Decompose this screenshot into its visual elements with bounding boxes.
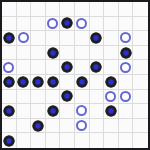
white-pearl-icon	[3, 62, 14, 73]
cell-r6c5[interactable]	[75, 90, 90, 105]
cell-r5c6[interactable]	[90, 75, 105, 90]
cell-r9c7[interactable]	[104, 133, 119, 148]
black-pearl-icon	[3, 32, 15, 44]
cell-r4c1[interactable]	[17, 60, 32, 75]
black-pearl-icon	[76, 76, 88, 88]
cell-r4c6[interactable]	[90, 60, 105, 75]
cell-r6c8[interactable]	[119, 90, 134, 105]
cell-r5c2[interactable]	[31, 75, 46, 90]
black-pearl-icon	[3, 135, 15, 147]
cell-r6c6[interactable]	[90, 90, 105, 105]
cell-r6c7[interactable]	[104, 90, 119, 105]
cell-r5c5[interactable]	[75, 75, 90, 90]
cell-r4c8[interactable]	[119, 60, 134, 75]
cell-r3c0[interactable]	[2, 46, 17, 61]
cell-r5c0[interactable]	[2, 75, 17, 90]
cell-r7c3[interactable]	[46, 104, 61, 119]
cell-r7c0[interactable]	[2, 104, 17, 119]
cell-r3c6[interactable]	[90, 46, 105, 61]
cell-r1c7[interactable]	[104, 17, 119, 32]
cell-r2c9[interactable]	[133, 31, 148, 46]
cell-r0c9[interactable]	[133, 2, 148, 17]
cell-r0c5[interactable]	[75, 2, 90, 17]
cell-r5c3[interactable]	[46, 75, 61, 90]
white-pearl-icon	[105, 91, 116, 102]
black-pearl-icon	[17, 76, 29, 88]
cell-r3c3[interactable]	[46, 46, 61, 61]
cell-r6c4[interactable]	[60, 90, 75, 105]
black-pearl-icon	[3, 105, 15, 117]
black-pearl-icon	[90, 32, 102, 44]
cell-r4c9[interactable]	[133, 60, 148, 75]
cell-r1c2[interactable]	[31, 17, 46, 32]
black-pearl-icon	[47, 76, 59, 88]
black-pearl-icon	[32, 76, 44, 88]
cell-r7c8[interactable]	[119, 104, 134, 119]
black-pearl-icon	[47, 105, 59, 117]
black-pearl-icon	[61, 17, 73, 29]
cell-r3c7[interactable]	[104, 46, 119, 61]
cell-r7c6[interactable]	[90, 104, 105, 119]
cell-r2c7[interactable]	[104, 31, 119, 46]
cell-r2c8[interactable]	[119, 31, 134, 46]
cell-r2c0[interactable]	[2, 31, 17, 46]
cell-r9c9[interactable]	[133, 133, 148, 148]
cell-r8c3[interactable]	[46, 119, 61, 134]
black-pearl-icon	[120, 47, 132, 59]
cell-r8c0[interactable]	[2, 119, 17, 134]
white-pearl-icon	[76, 120, 87, 131]
cell-r5c1[interactable]	[17, 75, 32, 90]
cell-r7c2[interactable]	[31, 104, 46, 119]
cell-r9c6[interactable]	[90, 133, 105, 148]
cell-r0c6[interactable]	[90, 2, 105, 17]
cell-r7c1[interactable]	[17, 104, 32, 119]
cell-r2c1[interactable]	[17, 31, 32, 46]
cell-r2c2[interactable]	[31, 31, 46, 46]
cell-r5c8[interactable]	[119, 75, 134, 90]
cell-r6c9[interactable]	[133, 90, 148, 105]
cell-r6c1[interactable]	[17, 90, 32, 105]
cell-r1c6[interactable]	[90, 17, 105, 32]
white-pearl-icon	[47, 18, 58, 29]
cell-r3c8[interactable]	[119, 46, 134, 61]
cell-r0c3[interactable]	[46, 2, 61, 17]
white-pearl-icon	[120, 32, 131, 43]
cell-r9c0[interactable]	[2, 133, 17, 148]
cell-r1c1[interactable]	[17, 17, 32, 32]
cell-r4c4[interactable]	[60, 60, 75, 75]
black-pearl-icon	[47, 47, 59, 59]
black-pearl-icon	[61, 90, 73, 102]
cell-r6c0[interactable]	[2, 90, 17, 105]
cell-r7c4[interactable]	[60, 104, 75, 119]
cell-r1c0[interactable]	[2, 17, 17, 32]
cell-r3c5[interactable]	[75, 46, 90, 61]
black-pearl-icon	[90, 61, 102, 73]
masyu-board	[0, 0, 150, 150]
cell-r0c7[interactable]	[104, 2, 119, 17]
cell-r0c4[interactable]	[60, 2, 75, 17]
cell-r1c8[interactable]	[119, 17, 134, 32]
cell-r9c2[interactable]	[31, 133, 46, 148]
cell-r2c3[interactable]	[46, 31, 61, 46]
cell-r6c2[interactable]	[31, 90, 46, 105]
white-pearl-icon	[120, 62, 131, 73]
cell-r1c9[interactable]	[133, 17, 148, 32]
cell-r1c3[interactable]	[46, 17, 61, 32]
cell-r5c4[interactable]	[60, 75, 75, 90]
cell-r2c5[interactable]	[75, 31, 90, 46]
cell-r4c3[interactable]	[46, 60, 61, 75]
black-pearl-icon	[32, 120, 44, 132]
cell-r3c2[interactable]	[31, 46, 46, 61]
white-pearl-icon	[76, 105, 87, 116]
white-pearl-icon	[76, 18, 87, 29]
white-pearl-icon	[120, 91, 131, 102]
cell-r3c4[interactable]	[60, 46, 75, 61]
black-pearl-icon	[105, 76, 117, 88]
cell-r3c1[interactable]	[17, 46, 32, 61]
cell-r0c1[interactable]	[17, 2, 32, 17]
black-pearl-icon	[3, 76, 15, 88]
cell-r5c9[interactable]	[133, 75, 148, 90]
cell-r4c2[interactable]	[31, 60, 46, 75]
black-pearl-icon	[61, 61, 73, 73]
cell-r4c7[interactable]	[104, 60, 119, 75]
cell-r9c1[interactable]	[17, 133, 32, 148]
cell-r8c5[interactable]	[75, 119, 90, 134]
cell-r2c6[interactable]	[90, 31, 105, 46]
cell-r9c3[interactable]	[46, 133, 61, 148]
cell-r9c4[interactable]	[60, 133, 75, 148]
cell-r0c0[interactable]	[2, 2, 17, 17]
cell-r7c7[interactable]	[104, 104, 119, 119]
cell-r3c9[interactable]	[133, 46, 148, 61]
cell-r8c9[interactable]	[133, 119, 148, 134]
cell-r7c9[interactable]	[133, 104, 148, 119]
cell-r4c0[interactable]	[2, 60, 17, 75]
cell-r8c2[interactable]	[31, 119, 46, 134]
cell-r9c5[interactable]	[75, 133, 90, 148]
cell-r8c7[interactable]	[104, 119, 119, 134]
white-pearl-icon	[18, 32, 29, 43]
cell-r0c2[interactable]	[31, 2, 46, 17]
cell-r2c4[interactable]	[60, 31, 75, 46]
cell-r1c5[interactable]	[75, 17, 90, 32]
cell-r8c8[interactable]	[119, 119, 134, 134]
cell-r0c8[interactable]	[119, 2, 134, 17]
cell-r6c3[interactable]	[46, 90, 61, 105]
black-pearl-icon	[105, 105, 117, 117]
cell-r4c5[interactable]	[75, 60, 90, 75]
cell-r7c5[interactable]	[75, 104, 90, 119]
cell-r8c6[interactable]	[90, 119, 105, 134]
cell-r1c4[interactable]	[60, 17, 75, 32]
cell-r9c8[interactable]	[119, 133, 134, 148]
cell-r5c7[interactable]	[104, 75, 119, 90]
cell-r8c1[interactable]	[17, 119, 32, 134]
cell-r8c4[interactable]	[60, 119, 75, 134]
